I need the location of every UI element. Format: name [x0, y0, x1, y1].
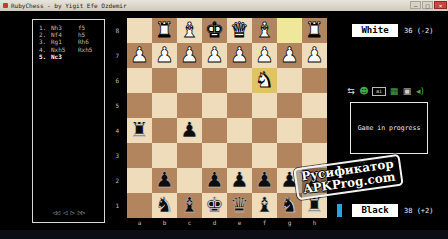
- move-number: 4.: [39, 46, 51, 53]
- app-window: RubyChess - by Yigit Efe Ozdemir —□× 1.N…: [0, 0, 448, 239]
- square-f5[interactable]: [252, 93, 277, 118]
- go-first-button[interactable]: ◁◁: [53, 209, 59, 218]
- file-label: d: [202, 219, 227, 226]
- move-row: 3.Rg1Rh6: [39, 38, 104, 45]
- square-b1[interactable]: ♞: [152, 193, 177, 218]
- game-status-text: Game in progress: [358, 124, 421, 132]
- app-icon: [3, 3, 8, 8]
- move-row: 4.Nxh5Rxh5: [39, 46, 104, 53]
- black-pawn: ♟: [202, 168, 227, 192]
- white-bishop: ♝: [252, 18, 277, 42]
- turn-indicator: [337, 204, 342, 217]
- square-c8[interactable]: ♝: [177, 18, 202, 43]
- white-pawn: ♟: [152, 43, 177, 67]
- rank-label: 3: [104, 143, 124, 168]
- game-status-box: Game in progress: [350, 102, 428, 154]
- square-d7[interactable]: ♟: [202, 43, 227, 68]
- file-labels: abcdefgh: [127, 219, 327, 226]
- square-d8[interactable]: ♚: [202, 18, 227, 43]
- rank-labels: 87654321: [104, 18, 124, 218]
- square-e6[interactable]: [227, 68, 252, 93]
- white-move: Nc3: [51, 53, 78, 60]
- ai-badge-icon[interactable]: ai: [372, 87, 386, 96]
- black-pawn: ♟: [252, 168, 277, 192]
- white-material-score: 36 (-2): [404, 27, 434, 35]
- square-a3[interactable]: [127, 143, 152, 168]
- go-previous-button[interactable]: ◁: [63, 209, 66, 218]
- black-queen: ♛: [227, 193, 252, 217]
- square-b3[interactable]: [152, 143, 177, 168]
- white-pawn: ♟: [227, 43, 252, 67]
- square-c7[interactable]: ♟: [177, 43, 202, 68]
- black-rook: ♜: [127, 118, 152, 142]
- white-pawn: ♟: [252, 43, 277, 67]
- square-e3[interactable]: [227, 143, 252, 168]
- square-c2[interactable]: [177, 168, 202, 193]
- save-icon[interactable]: ▣: [402, 86, 412, 97]
- move-number: 2.: [39, 31, 51, 38]
- maximize-button[interactable]: □: [422, 1, 433, 9]
- square-e2[interactable]: ♟: [227, 168, 252, 193]
- black-move: Rh6: [78, 38, 104, 45]
- square-c4[interactable]: ♟: [177, 118, 202, 143]
- square-h7[interactable]: ♟: [302, 43, 327, 68]
- square-b5[interactable]: [152, 93, 177, 118]
- rank-label: 8: [104, 18, 124, 43]
- move-row: 2.Nf4h5: [39, 31, 104, 38]
- white-pawn: ♟: [202, 43, 227, 67]
- file-label: c: [177, 219, 202, 226]
- black-bishop: ♝: [177, 193, 202, 217]
- square-e8[interactable]: ♛: [227, 18, 252, 43]
- square-f1[interactable]: ♝: [252, 193, 277, 218]
- black-king: ♚: [202, 193, 227, 217]
- engine-icon[interactable]: ☻: [359, 86, 369, 97]
- black-move: f5: [78, 24, 104, 31]
- toolbar: ⇆☻ai▦▣◂): [346, 86, 425, 97]
- square-b7[interactable]: ♟: [152, 43, 177, 68]
- go-last-button[interactable]: ▷▷: [78, 209, 84, 218]
- close-button[interactable]: ×: [434, 1, 447, 9]
- move-number: 1.: [39, 24, 51, 31]
- square-e4[interactable]: [227, 118, 252, 143]
- square-h5[interactable]: [302, 93, 327, 118]
- minimize-button[interactable]: —: [410, 1, 421, 9]
- title-bar: RubyChess - by Yigit Efe Ozdemir —□×: [0, 0, 448, 11]
- square-c5[interactable]: [177, 93, 202, 118]
- square-f8[interactable]: ♝: [252, 18, 277, 43]
- square-g5[interactable]: [277, 93, 302, 118]
- black-material-score: 38 (+2): [404, 207, 434, 215]
- square-e7[interactable]: ♟: [227, 43, 252, 68]
- move-navigation: ◁◁◁▷▷▷: [33, 209, 104, 218]
- move-row: 5.Nc3: [39, 53, 104, 60]
- black-pawn: ♟: [152, 168, 177, 192]
- move-number: 5.: [39, 53, 51, 60]
- square-f7[interactable]: ♟: [252, 43, 277, 68]
- white-player-label: White: [352, 24, 398, 37]
- square-g3[interactable]: [277, 143, 302, 168]
- square-f3[interactable]: [252, 143, 277, 168]
- file-label: h: [302, 219, 327, 226]
- rank-label: 7: [104, 43, 124, 68]
- square-a2[interactable]: [127, 168, 152, 193]
- square-c1[interactable]: ♝: [177, 193, 202, 218]
- square-d3[interactable]: [202, 143, 227, 168]
- file-label: a: [127, 219, 152, 226]
- white-pawn: ♟: [302, 43, 327, 67]
- white-rook: ♜: [152, 18, 177, 42]
- square-f4[interactable]: [252, 118, 277, 143]
- flip-board-icon[interactable]: ⇆: [346, 86, 356, 97]
- square-h6[interactable]: [302, 68, 327, 93]
- black-move: h5: [78, 31, 104, 38]
- go-next-button[interactable]: ▷: [71, 209, 74, 218]
- square-a8[interactable]: [127, 18, 152, 43]
- square-b2[interactable]: ♟: [152, 168, 177, 193]
- square-g4[interactable]: [277, 118, 302, 143]
- window-title: RubyChess - by Yigit Efe Ozdemir: [11, 2, 127, 9]
- square-a7[interactable]: ♟: [127, 43, 152, 68]
- black-bishop: ♝: [252, 193, 277, 217]
- black-player-label: Black: [352, 204, 398, 217]
- white-pawn: ♟: [127, 43, 152, 67]
- square-h8[interactable]: ♜: [302, 18, 327, 43]
- square-a6[interactable]: [127, 68, 152, 93]
- square-g8[interactable]: [277, 18, 302, 43]
- sound-icon[interactable]: ◂): [415, 86, 425, 97]
- black-pawn: ♟: [177, 118, 202, 142]
- black-knight: ♞: [152, 193, 177, 217]
- white-move: Nxh5: [51, 46, 78, 53]
- move-list: 1.Nh3f52.Nf4h53.Rg1Rh64.Nxh5Rxh55.Nc3: [33, 20, 104, 60]
- square-d4[interactable]: [202, 118, 227, 143]
- white-rook: ♜: [302, 18, 327, 42]
- file-label: f: [252, 219, 277, 226]
- square-c6[interactable]: [177, 68, 202, 93]
- square-d1[interactable]: ♚: [202, 193, 227, 218]
- square-a1[interactable]: [127, 193, 152, 218]
- move-row: 1.Nh3f5: [39, 24, 104, 31]
- black-move: [78, 53, 104, 60]
- black-move: Rxh5: [78, 46, 104, 53]
- black-pawn: ♟: [227, 168, 252, 192]
- square-b8[interactable]: ♜: [152, 18, 177, 43]
- square-b6[interactable]: [152, 68, 177, 93]
- rank-label: 4: [104, 118, 124, 143]
- square-d5[interactable]: [202, 93, 227, 118]
- square-a4[interactable]: ♜: [127, 118, 152, 143]
- rank-label: 6: [104, 68, 124, 93]
- window-controls: —□×: [410, 1, 447, 9]
- white-queen: ♛: [227, 18, 252, 42]
- white-king: ♚: [202, 18, 227, 42]
- white-move: Nf4: [51, 31, 78, 38]
- board-theme-icon[interactable]: ▦: [389, 86, 399, 97]
- square-a5[interactable]: [127, 93, 152, 118]
- taskbar: [0, 230, 448, 239]
- file-label: g: [277, 219, 302, 226]
- white-bishop: ♝: [177, 18, 202, 42]
- rank-label: 5: [104, 93, 124, 118]
- white-pawn: ♟: [177, 43, 202, 67]
- square-g7[interactable]: ♟: [277, 43, 302, 68]
- square-h4[interactable]: [302, 118, 327, 143]
- white-knight: ♞: [252, 68, 277, 92]
- square-e5[interactable]: [227, 93, 252, 118]
- square-f2[interactable]: ♟: [252, 168, 277, 193]
- square-g6[interactable]: [277, 68, 302, 93]
- square-d6[interactable]: [202, 68, 227, 93]
- move-list-panel: 1.Nh3f52.Nf4h53.Rg1Rh64.Nxh5Rxh55.Nc3 ◁◁…: [32, 19, 105, 223]
- file-label: e: [227, 219, 252, 226]
- square-e1[interactable]: ♛: [227, 193, 252, 218]
- white-pawn: ♟: [277, 43, 302, 67]
- file-label: b: [152, 219, 177, 226]
- square-b4[interactable]: [152, 118, 177, 143]
- move-number: 3.: [39, 38, 51, 45]
- square-c3[interactable]: [177, 143, 202, 168]
- rank-label: 2: [104, 168, 124, 193]
- rank-label: 1: [104, 193, 124, 218]
- white-move: Nh3: [51, 24, 78, 31]
- white-move: Rg1: [51, 38, 78, 45]
- square-f6[interactable]: ♞: [252, 68, 277, 93]
- square-d2[interactable]: ♟: [202, 168, 227, 193]
